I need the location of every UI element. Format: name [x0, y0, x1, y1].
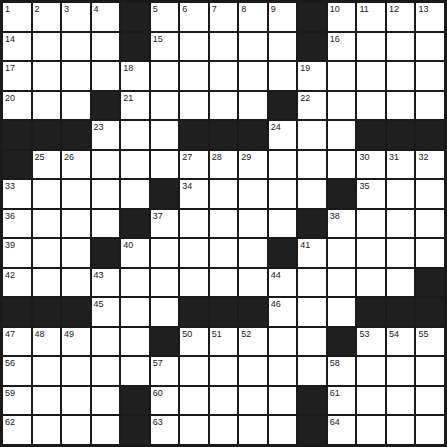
cell-r7c15[interactable] — [416, 180, 444, 208]
clue-number-17: 17 — [5, 63, 15, 73]
clue-number-4: 4 — [94, 4, 99, 14]
cell-r6c14[interactable]: 31 — [387, 151, 415, 179]
cell-r1c1[interactable]: 1 — [3, 3, 31, 31]
clue-number-7: 7 — [212, 4, 217, 14]
cell-r11c10[interactable]: 46 — [269, 298, 297, 326]
cell-r9c2[interactable] — [33, 239, 61, 267]
clue-number-27: 27 — [182, 152, 192, 162]
cell-r6c4[interactable] — [92, 151, 120, 179]
clue-number-30: 30 — [359, 152, 369, 162]
cell-r10c5[interactable] — [121, 269, 149, 297]
cell-r15c7[interactable] — [180, 416, 208, 444]
cell-r6c6[interactable] — [151, 151, 179, 179]
cell-r10c1[interactable]: 42 — [3, 269, 31, 297]
cell-r6c13[interactable]: 30 — [357, 151, 385, 179]
clue-number-3: 3 — [64, 4, 69, 14]
black-square-r1c5 — [121, 3, 149, 31]
black-square-r11c8 — [210, 298, 238, 326]
cell-r7c1[interactable]: 33 — [3, 180, 31, 208]
clue-number-5: 5 — [153, 4, 158, 14]
clue-number-2: 2 — [35, 4, 40, 14]
cell-r8c15[interactable] — [416, 210, 444, 238]
cell-r6c9[interactable]: 29 — [239, 151, 267, 179]
clue-number-13: 13 — [418, 4, 428, 14]
cell-r8c9[interactable] — [239, 210, 267, 238]
black-square-r12c6 — [151, 328, 179, 356]
black-square-r7c6 — [151, 180, 179, 208]
cell-r1c10[interactable]: 9 — [269, 3, 297, 31]
clue-number-52: 52 — [241, 329, 251, 339]
clue-number-56: 56 — [5, 358, 15, 368]
cell-r13c13[interactable] — [357, 357, 385, 385]
black-square-r5c1 — [3, 121, 31, 149]
clue-number-42: 42 — [5, 270, 15, 280]
cell-r14c14[interactable] — [387, 387, 415, 415]
black-square-r11c14 — [387, 298, 415, 326]
cell-r1c3[interactable]: 3 — [62, 3, 90, 31]
clue-number-14: 14 — [5, 34, 15, 44]
clue-number-46: 46 — [271, 299, 281, 309]
clue-number-57: 57 — [153, 358, 163, 368]
cell-r3c2[interactable] — [33, 62, 61, 90]
cell-r4c8[interactable] — [210, 92, 238, 120]
cell-r13c7[interactable] — [180, 357, 208, 385]
clue-number-63: 63 — [153, 417, 163, 427]
cell-r6c3[interactable]: 26 — [62, 151, 90, 179]
cell-r10c3[interactable] — [62, 269, 90, 297]
cell-r13c9[interactable] — [239, 357, 267, 385]
clue-number-61: 61 — [330, 388, 340, 398]
cell-r13c1[interactable]: 56 — [3, 357, 31, 385]
cell-r6c7[interactable]: 27 — [180, 151, 208, 179]
cell-r7c4[interactable] — [92, 180, 120, 208]
cell-r15c12[interactable]: 64 — [328, 416, 356, 444]
cell-r13c2[interactable] — [33, 357, 61, 385]
cell-r3c3[interactable] — [62, 62, 90, 90]
cell-r8c14[interactable] — [387, 210, 415, 238]
clue-number-8: 8 — [241, 4, 246, 14]
cell-r7c14[interactable] — [387, 180, 415, 208]
cell-r5c12[interactable] — [328, 121, 356, 149]
cell-r4c3[interactable] — [62, 92, 90, 120]
cell-r1c6[interactable]: 5 — [151, 3, 179, 31]
cell-r13c3[interactable] — [62, 357, 90, 385]
cell-r11c4[interactable]: 45 — [92, 298, 120, 326]
cell-r12c15[interactable]: 55 — [416, 328, 444, 356]
clue-number-32: 32 — [418, 152, 428, 162]
cell-r2c9[interactable] — [239, 33, 267, 61]
cell-r10c8[interactable] — [210, 269, 238, 297]
cell-r12c4[interactable] — [92, 328, 120, 356]
cell-r3c4[interactable] — [92, 62, 120, 90]
black-square-r5c2 — [33, 121, 61, 149]
cell-r9c6[interactable] — [151, 239, 179, 267]
cell-r12c8[interactable]: 51 — [210, 328, 238, 356]
clue-number-50: 50 — [182, 329, 192, 339]
black-square-r8c11 — [298, 210, 326, 238]
cell-r12c1[interactable]: 47 — [3, 328, 31, 356]
black-square-r9c4 — [92, 239, 120, 267]
cell-r10c11[interactable] — [298, 269, 326, 297]
cell-r4c2[interactable] — [33, 92, 61, 120]
cell-r1c14[interactable]: 12 — [387, 3, 415, 31]
cell-r4c7[interactable] — [180, 92, 208, 120]
cell-r5c6[interactable] — [151, 121, 179, 149]
cell-r14c1[interactable]: 59 — [3, 387, 31, 415]
cell-r14c9[interactable] — [239, 387, 267, 415]
cell-r1c15[interactable]: 13 — [416, 3, 444, 31]
clue-number-62: 62 — [5, 417, 15, 427]
cell-r1c8[interactable]: 7 — [210, 3, 238, 31]
cell-r12c13[interactable]: 53 — [357, 328, 385, 356]
cell-r5c5[interactable] — [121, 121, 149, 149]
clue-number-39: 39 — [5, 240, 15, 250]
black-square-r11c1 — [3, 298, 31, 326]
black-square-r4c4 — [92, 92, 120, 120]
clue-number-44: 44 — [271, 270, 281, 280]
clue-number-48: 48 — [35, 329, 45, 339]
cell-r4c1[interactable]: 20 — [3, 92, 31, 120]
black-square-r4c10 — [269, 92, 297, 120]
cell-r15c3[interactable] — [62, 416, 90, 444]
cell-r7c9[interactable] — [239, 180, 267, 208]
black-square-r11c15 — [416, 298, 444, 326]
black-square-r15c5 — [121, 416, 149, 444]
cell-r7c5[interactable] — [121, 180, 149, 208]
cell-r13c14[interactable] — [387, 357, 415, 385]
cell-r4c5[interactable]: 21 — [121, 92, 149, 120]
clue-number-58: 58 — [330, 358, 340, 368]
cell-r7c11[interactable] — [298, 180, 326, 208]
cell-r3c7[interactable] — [180, 62, 208, 90]
cell-r7c13[interactable]: 35 — [357, 180, 385, 208]
cell-r8c7[interactable] — [180, 210, 208, 238]
clue-number-26: 26 — [64, 152, 74, 162]
cell-r12c11[interactable] — [298, 328, 326, 356]
cell-r13c12[interactable]: 58 — [328, 357, 356, 385]
crossword-grid: 1234567891011121314151617181920212223242… — [0, 0, 447, 447]
cell-r14c3[interactable] — [62, 387, 90, 415]
cell-r8c8[interactable] — [210, 210, 238, 238]
clue-number-59: 59 — [5, 388, 15, 398]
cell-r3c11[interactable]: 19 — [298, 62, 326, 90]
clue-number-40: 40 — [123, 240, 133, 250]
clue-number-24: 24 — [271, 122, 281, 132]
cell-r6c2[interactable]: 25 — [33, 151, 61, 179]
cell-r2c6[interactable]: 15 — [151, 33, 179, 61]
cell-r14c7[interactable] — [180, 387, 208, 415]
black-square-r5c3 — [62, 121, 90, 149]
cell-r8c13[interactable] — [357, 210, 385, 238]
cell-r15c9[interactable] — [239, 416, 267, 444]
cell-r11c11[interactable] — [298, 298, 326, 326]
clue-number-38: 38 — [330, 211, 340, 221]
black-square-r1c11 — [298, 3, 326, 31]
cell-r12c2[interactable]: 48 — [33, 328, 61, 356]
cell-r9c12[interactable] — [328, 239, 356, 267]
cell-r7c2[interactable] — [33, 180, 61, 208]
cell-r13c11[interactable] — [298, 357, 326, 385]
cell-r12c3[interactable]: 49 — [62, 328, 90, 356]
cell-r10c12[interactable] — [328, 269, 356, 297]
clue-number-10: 10 — [330, 4, 340, 14]
cell-r7c10[interactable] — [269, 180, 297, 208]
black-square-r5c9 — [239, 121, 267, 149]
black-square-r11c7 — [180, 298, 208, 326]
cell-r4c13[interactable] — [357, 92, 385, 120]
clue-number-11: 11 — [359, 4, 368, 14]
clue-number-43: 43 — [94, 270, 104, 280]
cell-r14c2[interactable] — [33, 387, 61, 415]
clue-number-29: 29 — [241, 152, 251, 162]
cell-r6c15[interactable]: 32 — [416, 151, 444, 179]
cell-r8c1[interactable]: 36 — [3, 210, 31, 238]
cell-r2c2[interactable] — [33, 33, 61, 61]
cell-r3c10[interactable] — [269, 62, 297, 90]
cell-r12c7[interactable]: 50 — [180, 328, 208, 356]
black-square-r2c11 — [298, 33, 326, 61]
cell-r14c13[interactable] — [357, 387, 385, 415]
cell-r11c12[interactable] — [328, 298, 356, 326]
cell-r13c15[interactable] — [416, 357, 444, 385]
cell-r5c10[interactable]: 24 — [269, 121, 297, 149]
cell-r9c1[interactable]: 39 — [3, 239, 31, 267]
cell-r6c10[interactable] — [269, 151, 297, 179]
cell-r12c9[interactable]: 52 — [239, 328, 267, 356]
cell-r2c7[interactable] — [180, 33, 208, 61]
clue-number-25: 25 — [35, 152, 45, 162]
cell-r14c15[interactable] — [416, 387, 444, 415]
cell-r4c11[interactable]: 22 — [298, 92, 326, 120]
cell-r4c15[interactable] — [416, 92, 444, 120]
cell-r13c8[interactable] — [210, 357, 238, 385]
clue-number-37: 37 — [153, 211, 163, 221]
clue-number-36: 36 — [5, 211, 15, 221]
cell-r2c1[interactable]: 14 — [3, 33, 31, 61]
cell-r3c8[interactable] — [210, 62, 238, 90]
clue-number-64: 64 — [330, 417, 340, 427]
cell-r8c4[interactable] — [92, 210, 120, 238]
clue-number-33: 33 — [5, 181, 15, 191]
clue-number-16: 16 — [330, 34, 340, 44]
cell-r7c8[interactable] — [210, 180, 238, 208]
black-square-r12c12 — [328, 328, 356, 356]
cell-r15c2[interactable] — [33, 416, 61, 444]
cell-r14c10[interactable] — [269, 387, 297, 415]
cell-r9c9[interactable] — [239, 239, 267, 267]
cell-r1c7[interactable]: 6 — [180, 3, 208, 31]
cell-r8c12[interactable]: 38 — [328, 210, 356, 238]
clue-number-53: 53 — [359, 329, 369, 339]
clue-number-6: 6 — [182, 4, 187, 14]
clue-number-54: 54 — [389, 329, 399, 339]
cell-r15c13[interactable] — [357, 416, 385, 444]
cell-r3c5[interactable]: 18 — [121, 62, 149, 90]
clue-number-34: 34 — [182, 181, 192, 191]
clue-number-20: 20 — [5, 93, 15, 103]
cell-r13c5[interactable] — [121, 357, 149, 385]
cell-r2c15[interactable] — [416, 33, 444, 61]
black-square-r5c8 — [210, 121, 238, 149]
clue-number-55: 55 — [418, 329, 428, 339]
cell-r9c11[interactable]: 41 — [298, 239, 326, 267]
cell-r14c4[interactable] — [92, 387, 120, 415]
black-square-r14c5 — [121, 387, 149, 415]
clue-number-9: 9 — [271, 4, 276, 14]
cell-r10c4[interactable]: 43 — [92, 269, 120, 297]
black-square-r15c11 — [298, 416, 326, 444]
cell-r3c12[interactable] — [328, 62, 356, 90]
black-square-r11c2 — [33, 298, 61, 326]
cell-r2c14[interactable] — [387, 33, 415, 61]
cell-r1c4[interactable]: 4 — [92, 3, 120, 31]
cell-r13c6[interactable]: 57 — [151, 357, 179, 385]
clue-number-47: 47 — [5, 329, 15, 339]
black-square-r14c11 — [298, 387, 326, 415]
black-square-r8c5 — [121, 210, 149, 238]
clue-number-23: 23 — [94, 122, 104, 132]
cell-r15c10[interactable] — [269, 416, 297, 444]
black-square-r5c15 — [416, 121, 444, 149]
cell-r1c12[interactable]: 10 — [328, 3, 356, 31]
cell-r6c11[interactable] — [298, 151, 326, 179]
cell-r3c13[interactable] — [357, 62, 385, 90]
black-square-r11c13 — [357, 298, 385, 326]
clue-number-31: 31 — [389, 152, 399, 162]
cell-r12c5[interactable] — [121, 328, 149, 356]
cell-r10c9[interactable] — [239, 269, 267, 297]
cell-r15c4[interactable] — [92, 416, 120, 444]
clue-number-22: 22 — [300, 93, 310, 103]
cell-r15c15[interactable] — [416, 416, 444, 444]
cell-r4c9[interactable] — [239, 92, 267, 120]
cell-r3c14[interactable] — [387, 62, 415, 90]
cell-r3c15[interactable] — [416, 62, 444, 90]
cell-r14c12[interactable]: 61 — [328, 387, 356, 415]
cell-r9c3[interactable] — [62, 239, 90, 267]
cell-r5c4[interactable]: 23 — [92, 121, 120, 149]
cell-r2c10[interactable] — [269, 33, 297, 61]
cell-r9c14[interactable] — [387, 239, 415, 267]
black-square-r6c1 — [3, 151, 31, 179]
cell-r10c14[interactable] — [387, 269, 415, 297]
clue-number-41: 41 — [300, 240, 310, 250]
cell-r15c1[interactable]: 62 — [3, 416, 31, 444]
black-square-r5c13 — [357, 121, 385, 149]
cell-r9c13[interactable] — [357, 239, 385, 267]
cell-r9c5[interactable]: 40 — [121, 239, 149, 267]
cell-r2c8[interactable] — [210, 33, 238, 61]
cell-r6c5[interactable] — [121, 151, 149, 179]
cell-r2c4[interactable] — [92, 33, 120, 61]
clue-number-49: 49 — [64, 329, 74, 339]
clue-number-15: 15 — [153, 34, 163, 44]
cell-r12c14[interactable]: 54 — [387, 328, 415, 356]
cell-r11c6[interactable] — [151, 298, 179, 326]
cell-r4c12[interactable] — [328, 92, 356, 120]
cell-r1c2[interactable]: 2 — [33, 3, 61, 31]
black-square-r2c5 — [121, 33, 149, 61]
cell-r7c7[interactable]: 34 — [180, 180, 208, 208]
clue-number-18: 18 — [123, 63, 133, 73]
cell-r1c13[interactable]: 11 — [357, 3, 385, 31]
cell-r8c10[interactable] — [269, 210, 297, 238]
cell-r1c9[interactable]: 8 — [239, 3, 267, 31]
cell-r12c10[interactable] — [269, 328, 297, 356]
cell-r2c12[interactable]: 16 — [328, 33, 356, 61]
cell-r6c8[interactable]: 28 — [210, 151, 238, 179]
clue-number-19: 19 — [300, 63, 310, 73]
black-square-r5c7 — [180, 121, 208, 149]
cell-r9c8[interactable] — [210, 239, 238, 267]
black-square-r11c3 — [62, 298, 90, 326]
clue-number-1: 1 — [5, 4, 10, 14]
cell-r9c15[interactable] — [416, 239, 444, 267]
cell-r3c1[interactable]: 17 — [3, 62, 31, 90]
cell-r10c6[interactable] — [151, 269, 179, 297]
cell-r8c6[interactable]: 37 — [151, 210, 179, 238]
cell-r8c2[interactable] — [33, 210, 61, 238]
cell-r13c4[interactable] — [92, 357, 120, 385]
cell-r13c10[interactable] — [269, 357, 297, 385]
cell-r4c14[interactable] — [387, 92, 415, 120]
cell-r14c8[interactable] — [210, 387, 238, 415]
clue-number-28: 28 — [212, 152, 222, 162]
clue-number-35: 35 — [359, 181, 369, 191]
clue-number-51: 51 — [212, 329, 222, 339]
black-square-r11c9 — [239, 298, 267, 326]
cell-r15c14[interactable] — [387, 416, 415, 444]
cell-r7c3[interactable] — [62, 180, 90, 208]
black-square-r7c12 — [328, 180, 356, 208]
cell-r10c7[interactable] — [180, 269, 208, 297]
cell-r6c12[interactable] — [328, 151, 356, 179]
cell-r3c9[interactable] — [239, 62, 267, 90]
cell-r10c10[interactable]: 44 — [269, 269, 297, 297]
cell-r9c7[interactable] — [180, 239, 208, 267]
cell-r8c3[interactable] — [62, 210, 90, 238]
clue-number-60: 60 — [153, 388, 163, 398]
clue-number-21: 21 — [123, 93, 133, 103]
cell-r10c13[interactable] — [357, 269, 385, 297]
cell-r2c3[interactable] — [62, 33, 90, 61]
cell-r4c6[interactable] — [151, 92, 179, 120]
clue-number-45: 45 — [94, 299, 104, 309]
cell-r2c13[interactable] — [357, 33, 385, 61]
cell-r10c2[interactable] — [33, 269, 61, 297]
cell-r3c6[interactable] — [151, 62, 179, 90]
cell-r11c5[interactable] — [121, 298, 149, 326]
cell-r14c6[interactable]: 60 — [151, 387, 179, 415]
cell-r15c8[interactable] — [210, 416, 238, 444]
black-square-r10c15 — [416, 269, 444, 297]
black-square-r9c10 — [269, 239, 297, 267]
black-square-r5c14 — [387, 121, 415, 149]
cell-r15c6[interactable]: 63 — [151, 416, 179, 444]
cell-r5c11[interactable] — [298, 121, 326, 149]
clue-number-12: 12 — [389, 4, 399, 14]
